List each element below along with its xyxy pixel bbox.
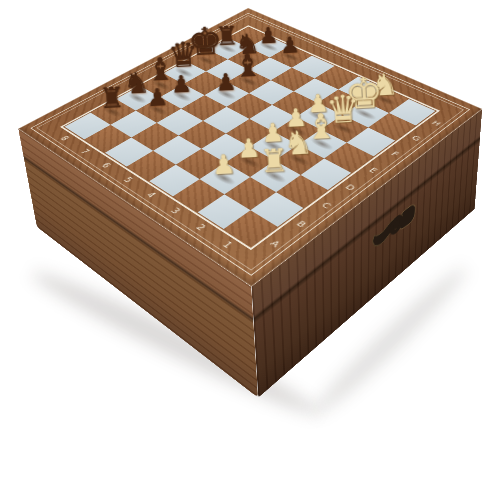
black-pawn-e6: ♟	[209, 45, 243, 95]
black-pawn-c7: ♟	[140, 59, 175, 110]
scene: 87654321 HGFEDCBA ♜♞♝♛♚♜♟♟♞♟♟♝♟♟♟♟♟♟♜♞♝♛…	[0, 0, 500, 500]
black-rook-b8: ♜	[94, 61, 129, 112]
black-pawn-h6: ♟	[274, 10, 306, 58]
white-pawn-b3: ♟	[204, 122, 243, 179]
white-rook-c2: ♜	[255, 120, 294, 177]
clasp-latch-icon	[368, 186, 419, 268]
